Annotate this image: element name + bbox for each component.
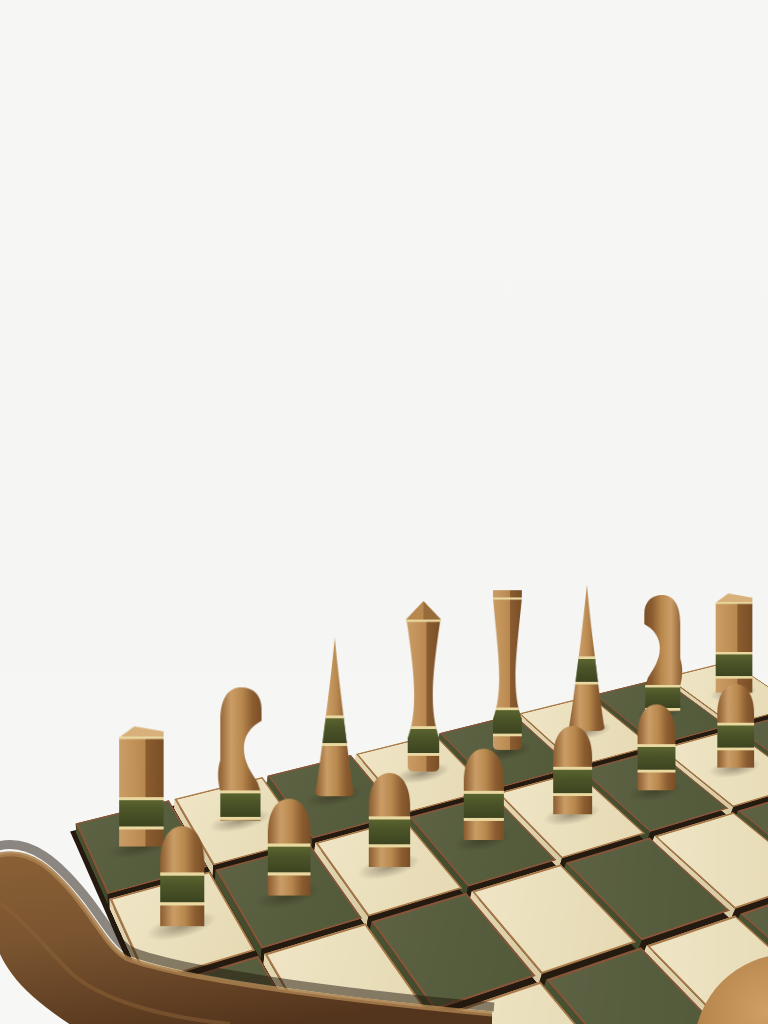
chess-scene	[0, 0, 768, 1024]
chess-piece-rook[interactable]	[711, 589, 756, 692]
chess-piece-queen[interactable]	[400, 595, 446, 773]
chess-piece-pawn[interactable]	[714, 679, 758, 767]
chess-piece-pawn[interactable]	[264, 793, 315, 895]
chess-piece-pawn[interactable]	[549, 721, 596, 814]
chess-piece-pawn[interactable]	[460, 744, 508, 840]
chess-piece-bishop[interactable]	[311, 634, 359, 796]
chess-piece-pawn[interactable]	[634, 700, 679, 791]
product-photo-stage	[0, 0, 768, 1024]
chess-board	[29, 648, 768, 1024]
chess-piece-pawn[interactable]	[365, 768, 415, 867]
chess-piece-pawn[interactable]	[156, 821, 209, 927]
chess-piece-bishop[interactable]	[565, 582, 609, 731]
chess-piece-knight[interactable]	[638, 590, 688, 712]
chess-piece-knight[interactable]	[212, 682, 269, 821]
chess-piece-king[interactable]	[485, 586, 530, 752]
